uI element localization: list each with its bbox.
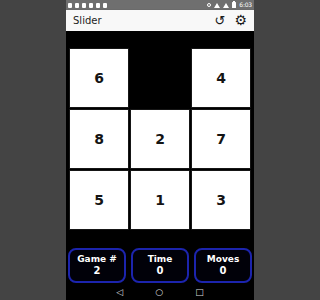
- tile-4[interactable]: 4: [191, 48, 251, 108]
- time-button[interactable]: Time 0: [131, 248, 189, 283]
- notification-icon: [96, 3, 100, 8]
- tile-6[interactable]: 6: [69, 48, 129, 108]
- refresh-icon[interactable]: ↺: [215, 10, 226, 31]
- status-time: 6:03: [239, 0, 252, 10]
- notification-icon: [89, 3, 93, 8]
- status-notification-icons: [68, 3, 107, 8]
- screen: 6:03 Slider ↺ ⚙ 6 4 8 2 7 5 1 3 Game # 2…: [66, 0, 254, 300]
- status-bar: 6:03: [66, 0, 254, 10]
- app-bar: Slider ↺ ⚙: [66, 10, 254, 31]
- stats-row: Game # 2 Time 0 Moves 0: [68, 248, 252, 283]
- tile-5[interactable]: 5: [69, 170, 129, 230]
- settings-gear-icon[interactable]: ⚙: [234, 10, 247, 31]
- tile-8[interactable]: 8: [69, 109, 129, 169]
- recents-icon[interactable]: □: [195, 285, 204, 300]
- back-icon[interactable]: ◁: [116, 285, 123, 300]
- wifi-icon: [214, 3, 220, 8]
- tile-7[interactable]: 7: [191, 109, 251, 169]
- battery-icon: [232, 2, 236, 8]
- app-title: Slider: [73, 15, 215, 26]
- puzzle-board: 6 4 8 2 7 5 1 3: [69, 31, 251, 230]
- notification-icon: [68, 3, 72, 8]
- time-value: 0: [157, 265, 164, 277]
- time-label: Time: [148, 254, 173, 265]
- moves-label: Moves: [207, 254, 239, 265]
- game-area: 6 4 8 2 7 5 1 3 Game # 2 Time 0 Moves 0: [66, 31, 254, 285]
- home-icon[interactable]: ○: [155, 285, 163, 300]
- moves-value: 0: [220, 265, 227, 277]
- navigation-bar: ◁ ○ □: [66, 285, 254, 300]
- notification-icon: [82, 3, 86, 8]
- tile-1[interactable]: 1: [130, 170, 190, 230]
- game-number-value: 2: [94, 265, 101, 277]
- alarm-icon: [207, 3, 211, 7]
- game-number-label: Game #: [77, 254, 117, 265]
- tile-2[interactable]: 2: [130, 109, 190, 169]
- game-number-button[interactable]: Game # 2: [68, 248, 126, 283]
- notification-icon: [103, 3, 107, 8]
- status-system-icons: 6:03: [207, 0, 252, 10]
- moves-button[interactable]: Moves 0: [194, 248, 252, 283]
- signal-icon: [223, 3, 229, 8]
- notification-icon: [75, 3, 79, 8]
- tile-3[interactable]: 3: [191, 170, 251, 230]
- blank-cell: [130, 48, 190, 108]
